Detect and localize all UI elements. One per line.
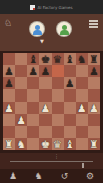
chess-piece-icon: ♘: [4, 18, 12, 28]
bottom-toolbar: ♟♞↺⚙: [0, 169, 103, 183]
square-c2[interactable]: [27, 126, 39, 138]
black-bishop-c8[interactable]: ♝: [27, 53, 39, 65]
square-c3[interactable]: [27, 114, 39, 126]
square-h3[interactable]: [88, 114, 100, 126]
square-b2[interactable]: [15, 126, 27, 138]
app-logo-icon: [30, 5, 35, 10]
square-a5[interactable]: [3, 89, 15, 101]
black-queen-e8[interactable]: ♛: [52, 53, 64, 65]
square-b4[interactable]: [15, 102, 27, 114]
black-pawn-a6[interactable]: ♟: [3, 77, 15, 89]
white-pawn-h4[interactable]: ♟: [88, 102, 100, 114]
app-logo-text: AI Factory Games: [37, 5, 72, 10]
square-f4[interactable]: [64, 102, 76, 114]
square-h5[interactable]: [88, 89, 100, 101]
square-e7[interactable]: [52, 65, 64, 77]
square-d3[interactable]: [39, 114, 51, 126]
square-e6[interactable]: [52, 77, 64, 89]
square-b5[interactable]: [15, 89, 27, 101]
settings-icon[interactable]: ⚙: [86, 169, 94, 183]
square-b8[interactable]: [15, 53, 27, 65]
black-king-d8[interactable]: ♚: [39, 53, 51, 65]
square-d5[interactable]: [39, 89, 51, 101]
black-player-body-icon: [60, 30, 69, 35]
square-c1[interactable]: [27, 138, 39, 150]
black-pawn-a7[interactable]: ♟: [3, 65, 15, 77]
white-bishop-f1[interactable]: ♝: [64, 138, 76, 150]
pawn-icon[interactable]: ♟: [9, 169, 17, 183]
move-slider-track[interactable]: [10, 161, 93, 162]
square-e2[interactable]: [52, 126, 64, 138]
top-ad-banner: AI Factory Games: [0, 0, 103, 14]
white-knight-b1[interactable]: ♞: [15, 138, 27, 150]
square-d2[interactable]: [39, 126, 51, 138]
square-a8[interactable]: [3, 53, 15, 65]
black-pawn-c7[interactable]: ♟: [27, 65, 39, 77]
white-king-d1[interactable]: ♚: [39, 138, 51, 150]
square-c4[interactable]: [27, 102, 39, 114]
white-player-avatar[interactable]: [29, 21, 45, 37]
white-pawn-a4[interactable]: ♟: [3, 102, 15, 114]
hamburger-menu-icon[interactable]: [89, 20, 98, 29]
white-pawn-g4[interactable]: ♟: [76, 102, 88, 114]
square-c6[interactable]: [27, 77, 39, 89]
square-g7[interactable]: [76, 65, 88, 77]
player-bar: ♘ ▼: [0, 14, 103, 51]
white-player-body-icon: [33, 30, 42, 35]
square-h2[interactable]: [88, 126, 100, 138]
black-pawn-h7[interactable]: ♟: [88, 65, 100, 77]
black-rook-h8[interactable]: ♜: [88, 53, 100, 65]
move-list-marker: ⋮: [54, 153, 59, 159]
square-d6[interactable]: [39, 77, 51, 89]
square-b6[interactable]: [15, 77, 27, 89]
chess-board[interactable]: ♝♚♛♝♞♜♟♟♟♟♟♟♟♟♟♟♟♜♞♚♛♝♜: [3, 53, 100, 150]
square-g2[interactable]: [76, 126, 88, 138]
undo-icon[interactable]: ↺: [61, 169, 69, 183]
black-knight-g8[interactable]: ♞: [76, 53, 88, 65]
turn-indicator-icon: ▼: [34, 38, 50, 44]
square-e5[interactable]: [52, 89, 64, 101]
black-bishop-f8[interactable]: ♝: [64, 53, 76, 65]
square-f3[interactable]: [64, 114, 76, 126]
square-f2[interactable]: [64, 126, 76, 138]
square-g3[interactable]: [76, 114, 88, 126]
white-rook-h1[interactable]: ♜: [88, 138, 100, 150]
white-pawn-d4[interactable]: ♟: [39, 102, 51, 114]
square-f5[interactable]: [64, 89, 76, 101]
square-g6[interactable]: [76, 77, 88, 89]
white-queen-e1[interactable]: ♛: [52, 138, 64, 150]
board-panel: ♝♚♛♝♞♜♟♟♟♟♟♟♟♟♟♟♟♜♞♚♛♝♜: [0, 51, 103, 153]
square-a3[interactable]: [3, 114, 15, 126]
black-player-avatar[interactable]: [56, 21, 72, 37]
square-h6[interactable]: [88, 77, 100, 89]
square-e3[interactable]: [52, 114, 64, 126]
square-g1[interactable]: [76, 138, 88, 150]
square-c5[interactable]: [27, 89, 39, 101]
square-b7[interactable]: [15, 65, 27, 77]
move-review-bar: ⋮: [0, 153, 103, 169]
knight-icon[interactable]: ♞: [35, 169, 43, 183]
square-e4[interactable]: [52, 102, 64, 114]
square-a2[interactable]: [3, 126, 15, 138]
square-f7[interactable]: [64, 65, 76, 77]
black-pawn-f6[interactable]: ♟: [64, 77, 76, 89]
square-g5[interactable]: [76, 89, 88, 101]
black-pawn-d7[interactable]: ♟: [39, 65, 51, 77]
white-rook-a1[interactable]: ♜: [3, 138, 15, 150]
white-pawn-b3[interactable]: ♟: [15, 114, 27, 126]
move-slider-thumb[interactable]: [82, 163, 84, 168]
